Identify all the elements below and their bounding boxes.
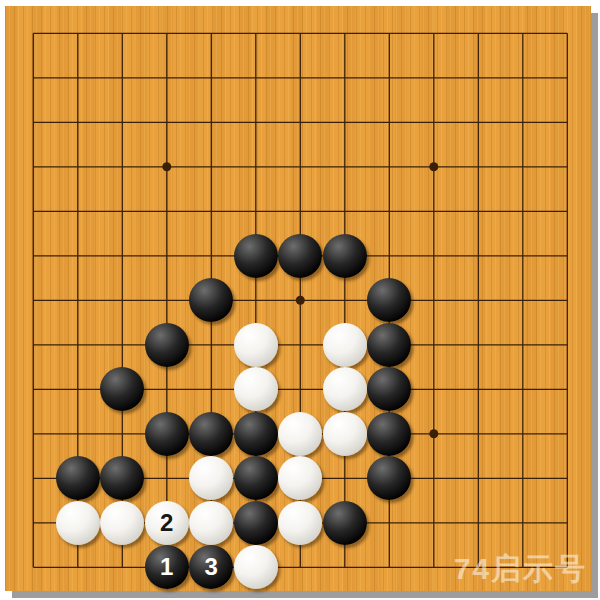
black-stone[interactable] bbox=[367, 412, 411, 456]
white-stone[interactable] bbox=[323, 323, 367, 367]
white-stone[interactable] bbox=[234, 323, 278, 367]
black-stone-move-1[interactable]: 1 bbox=[145, 545, 189, 589]
white-stone[interactable] bbox=[234, 367, 278, 411]
white-stone[interactable] bbox=[100, 501, 144, 545]
black-stone[interactable] bbox=[234, 234, 278, 278]
black-stone[interactable] bbox=[234, 501, 278, 545]
black-stone[interactable] bbox=[56, 456, 100, 500]
move-number-label: 2 bbox=[160, 511, 173, 535]
black-stone[interactable] bbox=[189, 412, 233, 456]
black-stone[interactable] bbox=[145, 412, 189, 456]
star-point bbox=[162, 162, 171, 171]
white-stone[interactable] bbox=[278, 501, 322, 545]
star-point bbox=[429, 429, 438, 438]
white-stone-move-2[interactable]: 2 bbox=[145, 501, 189, 545]
black-stone[interactable] bbox=[145, 323, 189, 367]
white-stone[interactable] bbox=[189, 501, 233, 545]
white-stone[interactable] bbox=[234, 545, 278, 589]
black-stone[interactable] bbox=[323, 501, 367, 545]
white-stone[interactable] bbox=[323, 367, 367, 411]
black-stone[interactable] bbox=[323, 234, 367, 278]
star-point bbox=[296, 296, 305, 305]
page-background: 213 74启示号 bbox=[0, 0, 600, 600]
white-stone[interactable] bbox=[278, 412, 322, 456]
white-stone[interactable] bbox=[323, 412, 367, 456]
white-stone[interactable] bbox=[56, 501, 100, 545]
black-stone[interactable] bbox=[234, 412, 278, 456]
black-stone[interactable] bbox=[278, 234, 322, 278]
move-number-label: 1 bbox=[160, 555, 173, 579]
go-board[interactable]: 213 bbox=[5, 6, 591, 591]
black-stone[interactable] bbox=[367, 323, 411, 367]
black-stone[interactable] bbox=[234, 456, 278, 500]
move-number-label: 3 bbox=[205, 555, 218, 579]
star-point bbox=[429, 162, 438, 171]
